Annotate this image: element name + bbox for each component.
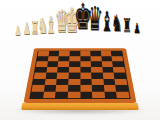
board-front-edge — [21, 103, 139, 110]
chess-piece-black-pawn[interactable]: ♟ — [134, 21, 141, 35]
board-square[interactable] — [92, 91, 105, 98]
chess-board[interactable] — [24, 48, 137, 103]
chess-set-photo: ♟♟♜♞♝♛♚ ♚♛♝♞♜♟ — [0, 0, 160, 120]
board-square[interactable] — [55, 91, 68, 98]
board-grid — [29, 51, 131, 99]
board-square[interactable] — [80, 91, 92, 98]
chess-piece-black-rook[interactable]: ♜ — [122, 16, 131, 35]
board-square[interactable] — [30, 91, 43, 98]
chess-piece-black-knight[interactable]: ♞ — [111, 12, 122, 35]
board-square[interactable] — [68, 91, 80, 98]
board-square[interactable] — [104, 91, 117, 98]
board-square[interactable] — [43, 91, 56, 98]
chess-piece-white-pawn[interactable]: ♟ — [15, 24, 21, 37]
board-square[interactable] — [116, 91, 129, 98]
